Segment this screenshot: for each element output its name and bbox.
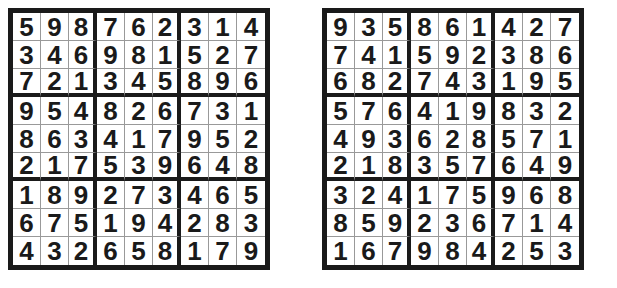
sudoku-cell-r3c4: 7 (411, 69, 439, 97)
sudoku-cell-r2c8: 8 (523, 41, 551, 69)
sudoku-cell-r3c3: 1 (69, 69, 97, 97)
sudoku-cell-r7c4: 1 (411, 181, 439, 209)
sudoku-cell-r3c1: 6 (327, 69, 355, 97)
sudoku-cell-r2c9: 6 (551, 41, 579, 69)
sudoku-cell-r7c1: 1 (13, 181, 41, 209)
sudoku-cell-r4c4: 8 (97, 97, 125, 125)
sudoku-cell-r7c5: 7 (125, 181, 153, 209)
sudoku-cell-r4c6: 9 (467, 97, 495, 125)
sudoku-cell-r6c7: 6 (181, 153, 209, 181)
sudoku-cell-r8c9: 4 (551, 209, 579, 237)
sudoku-cell-r5c9: 1 (551, 125, 579, 153)
sudoku-cell-r1c6: 2 (153, 13, 181, 41)
sudoku-cell-r1c2: 3 (355, 13, 383, 41)
sudoku-cell-r1c6: 1 (467, 13, 495, 41)
sudoku-cell-r4c3: 4 (69, 97, 97, 125)
sudoku-cell-r6c1: 2 (13, 153, 41, 181)
sudoku-cell-r1c2: 9 (41, 13, 69, 41)
sudoku-cell-r7c5: 7 (439, 181, 467, 209)
sudoku-cell-r2c5: 8 (125, 41, 153, 69)
sudoku-cell-r2c6: 1 (153, 41, 181, 69)
sudoku-cell-r8c1: 6 (13, 209, 41, 237)
sudoku-cell-r4c4: 4 (411, 97, 439, 125)
sudoku-cell-r2c2: 4 (41, 41, 69, 69)
sudoku-grid-right: 9358614277415923866827431955764198324936… (322, 8, 584, 270)
sudoku-cell-r3c1: 7 (13, 69, 41, 97)
sudoku-cell-r1c8: 2 (523, 13, 551, 41)
sudoku-cell-r7c2: 2 (355, 181, 383, 209)
sudoku-grid-left: 5987623143469815277213458969548267318634… (8, 8, 270, 270)
sudoku-cell-r5c2: 9 (355, 125, 383, 153)
sudoku-cell-r5c2: 6 (41, 125, 69, 153)
sudoku-cell-r4c5: 2 (125, 97, 153, 125)
sudoku-cell-r6c2: 1 (355, 153, 383, 181)
sudoku-boards-container: 5987623143469815277213458969548267318634… (0, 0, 617, 270)
sudoku-cell-r3c5: 4 (439, 69, 467, 97)
sudoku-cell-r8c4: 1 (97, 209, 125, 237)
sudoku-cell-r3c6: 3 (467, 69, 495, 97)
sudoku-cell-r1c4: 7 (97, 13, 125, 41)
sudoku-cell-r5c6: 8 (467, 125, 495, 153)
sudoku-cell-r9c5: 5 (125, 237, 153, 265)
sudoku-cell-r8c6: 4 (153, 209, 181, 237)
sudoku-cell-r1c9: 4 (237, 13, 265, 41)
sudoku-cell-r5c8: 7 (523, 125, 551, 153)
sudoku-cell-r2c5: 9 (439, 41, 467, 69)
sudoku-cell-r6c8: 4 (209, 153, 237, 181)
sudoku-cell-r9c7: 1 (181, 237, 209, 265)
sudoku-cell-r4c9: 2 (551, 97, 579, 125)
sudoku-cell-r4c7: 7 (181, 97, 209, 125)
sudoku-cell-r4c6: 6 (153, 97, 181, 125)
sudoku-cell-r9c1: 4 (13, 237, 41, 265)
sudoku-cell-r7c1: 3 (327, 181, 355, 209)
sudoku-cell-r9c6: 4 (467, 237, 495, 265)
sudoku-cell-r8c8: 1 (523, 209, 551, 237)
sudoku-cell-r2c7: 5 (181, 41, 209, 69)
sudoku-cell-r7c6: 3 (153, 181, 181, 209)
sudoku-cell-r6c2: 1 (41, 153, 69, 181)
sudoku-cell-r6c6: 7 (467, 153, 495, 181)
sudoku-cell-r2c3: 6 (69, 41, 97, 69)
sudoku-cell-r3c7: 1 (495, 69, 523, 97)
sudoku-cell-r8c3: 9 (383, 209, 411, 237)
sudoku-cell-r7c7: 4 (181, 181, 209, 209)
sudoku-cell-r5c4: 4 (97, 125, 125, 153)
sudoku-cell-r3c2: 8 (355, 69, 383, 97)
sudoku-cell-r8c7: 7 (495, 209, 523, 237)
sudoku-cell-r9c2: 3 (41, 237, 69, 265)
sudoku-cell-r9c4: 6 (97, 237, 125, 265)
sudoku-cell-r7c3: 4 (383, 181, 411, 209)
sudoku-cell-r3c9: 5 (551, 69, 579, 97)
sudoku-cell-r5c5: 1 (125, 125, 153, 153)
sudoku-cell-r9c9: 9 (237, 237, 265, 265)
sudoku-cell-r5c8: 5 (209, 125, 237, 153)
sudoku-cell-r5c9: 2 (237, 125, 265, 153)
sudoku-cell-r4c2: 7 (355, 97, 383, 125)
sudoku-cell-r7c9: 8 (551, 181, 579, 209)
sudoku-cell-r4c8: 3 (523, 97, 551, 125)
sudoku-cell-r3c8: 9 (523, 69, 551, 97)
sudoku-cell-r5c6: 7 (153, 125, 181, 153)
sudoku-cell-r3c3: 2 (383, 69, 411, 97)
sudoku-cell-r2c6: 2 (467, 41, 495, 69)
sudoku-cell-r2c1: 3 (13, 41, 41, 69)
sudoku-cell-r8c8: 8 (209, 209, 237, 237)
sudoku-cell-r6c7: 6 (495, 153, 523, 181)
sudoku-cell-r4c7: 8 (495, 97, 523, 125)
sudoku-cell-r9c8: 7 (209, 237, 237, 265)
sudoku-cell-r6c9: 8 (237, 153, 265, 181)
sudoku-cell-r6c1: 2 (327, 153, 355, 181)
sudoku-cell-r2c3: 1 (383, 41, 411, 69)
sudoku-cell-r2c4: 5 (411, 41, 439, 69)
sudoku-cell-r9c6: 8 (153, 237, 181, 265)
sudoku-cell-r4c8: 3 (209, 97, 237, 125)
sudoku-cell-r4c5: 1 (439, 97, 467, 125)
sudoku-cell-r9c3: 7 (383, 237, 411, 265)
sudoku-cell-r8c2: 7 (41, 209, 69, 237)
sudoku-cell-r4c3: 6 (383, 97, 411, 125)
sudoku-cell-r7c2: 8 (41, 181, 69, 209)
sudoku-cell-r1c8: 1 (209, 13, 237, 41)
sudoku-cell-r1c1: 5 (13, 13, 41, 41)
sudoku-cell-r9c1: 1 (327, 237, 355, 265)
sudoku-cell-r5c1: 8 (13, 125, 41, 153)
sudoku-cell-r6c3: 7 (69, 153, 97, 181)
sudoku-cell-r5c5: 2 (439, 125, 467, 153)
sudoku-cell-r7c8: 6 (523, 181, 551, 209)
sudoku-cell-r2c1: 7 (327, 41, 355, 69)
sudoku-cell-r8c2: 5 (355, 209, 383, 237)
sudoku-cell-r1c9: 7 (551, 13, 579, 41)
sudoku-cell-r8c9: 3 (237, 209, 265, 237)
sudoku-cell-r5c4: 6 (411, 125, 439, 153)
sudoku-cell-r5c7: 5 (495, 125, 523, 153)
sudoku-cell-r8c5: 9 (125, 209, 153, 237)
sudoku-cell-r2c4: 9 (97, 41, 125, 69)
sudoku-cell-r6c6: 9 (153, 153, 181, 181)
sudoku-cell-r7c3: 9 (69, 181, 97, 209)
sudoku-cell-r2c9: 7 (237, 41, 265, 69)
sudoku-cell-r6c3: 8 (383, 153, 411, 181)
sudoku-cell-r3c4: 3 (97, 69, 125, 97)
sudoku-cell-r3c6: 5 (153, 69, 181, 97)
sudoku-cell-r9c2: 6 (355, 237, 383, 265)
sudoku-cell-r3c5: 4 (125, 69, 153, 97)
sudoku-cell-r9c9: 3 (551, 237, 579, 265)
sudoku-cell-r1c3: 8 (69, 13, 97, 41)
sudoku-cell-r8c6: 6 (467, 209, 495, 237)
sudoku-cell-r9c8: 5 (523, 237, 551, 265)
sudoku-cell-r6c8: 4 (523, 153, 551, 181)
sudoku-cell-r1c5: 6 (125, 13, 153, 41)
sudoku-cell-r8c1: 8 (327, 209, 355, 237)
sudoku-cell-r3c9: 6 (237, 69, 265, 97)
sudoku-cell-r6c5: 5 (439, 153, 467, 181)
sudoku-cell-r4c9: 1 (237, 97, 265, 125)
sudoku-cell-r7c8: 6 (209, 181, 237, 209)
sudoku-cell-r7c9: 5 (237, 181, 265, 209)
sudoku-cell-r5c1: 4 (327, 125, 355, 153)
sudoku-cell-r6c9: 9 (551, 153, 579, 181)
sudoku-cell-r5c3: 3 (69, 125, 97, 153)
sudoku-cell-r8c5: 3 (439, 209, 467, 237)
sudoku-cell-r5c7: 9 (181, 125, 209, 153)
sudoku-cell-r7c6: 5 (467, 181, 495, 209)
sudoku-cell-r1c5: 6 (439, 13, 467, 41)
sudoku-cell-r7c7: 9 (495, 181, 523, 209)
sudoku-cell-r9c7: 2 (495, 237, 523, 265)
sudoku-cell-r8c4: 2 (411, 209, 439, 237)
sudoku-cell-r1c4: 8 (411, 13, 439, 41)
sudoku-cell-r2c7: 3 (495, 41, 523, 69)
sudoku-cell-r2c8: 2 (209, 41, 237, 69)
sudoku-cell-r9c4: 9 (411, 237, 439, 265)
sudoku-cell-r7c4: 2 (97, 181, 125, 209)
sudoku-cell-r4c2: 5 (41, 97, 69, 125)
sudoku-cell-r8c3: 5 (69, 209, 97, 237)
sudoku-cell-r6c4: 5 (97, 153, 125, 181)
sudoku-cell-r1c1: 9 (327, 13, 355, 41)
sudoku-cell-r4c1: 9 (13, 97, 41, 125)
sudoku-cell-r9c3: 2 (69, 237, 97, 265)
sudoku-cell-r3c7: 8 (181, 69, 209, 97)
sudoku-cell-r3c2: 2 (41, 69, 69, 97)
sudoku-cell-r1c7: 4 (495, 13, 523, 41)
sudoku-cell-r9c5: 8 (439, 237, 467, 265)
sudoku-cell-r3c8: 9 (209, 69, 237, 97)
sudoku-cell-r5c3: 3 (383, 125, 411, 153)
sudoku-cell-r8c7: 2 (181, 209, 209, 237)
sudoku-cell-r1c7: 3 (181, 13, 209, 41)
sudoku-cell-r4c1: 5 (327, 97, 355, 125)
sudoku-cell-r2c2: 4 (355, 41, 383, 69)
sudoku-cell-r1c3: 5 (383, 13, 411, 41)
sudoku-cell-r6c5: 3 (125, 153, 153, 181)
sudoku-cell-r6c4: 3 (411, 153, 439, 181)
